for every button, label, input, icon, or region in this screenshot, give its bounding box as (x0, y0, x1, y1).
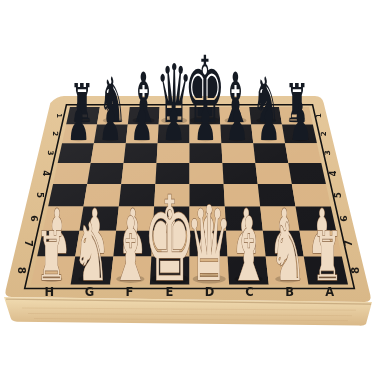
piece-white-r-a8: ♜ (312, 217, 342, 297)
rank-label-left-7: 7 (23, 240, 34, 247)
rank-label-left-1: 1 (55, 113, 63, 118)
piece-white-r-h8: ♜ (36, 217, 66, 297)
photo-canvas: 1122334455667788HGFEDCBA♜♞♝♛♚♝♞♜♟♟♟♟♟♟♟♟… (0, 0, 375, 375)
rank-label-right-7: 7 (343, 240, 354, 247)
piece-white-b-c8: ♝ (229, 198, 268, 300)
piece-black-p-h2: ♟ (67, 92, 90, 153)
rank-label-left-2: 2 (51, 131, 60, 136)
rank-label-left-8: 8 (16, 267, 28, 274)
rank-label-right-4: 4 (328, 170, 338, 176)
chessboard-photo: 1122334455667788HGFEDCBA♜♞♝♛♚♝♞♜♟♟♟♟♟♟♟♟… (0, 0, 375, 375)
piece-black-p-f2: ♟ (130, 92, 153, 153)
rank-label-right-3: 3 (323, 150, 332, 155)
piece-black-p-e2: ♟ (162, 92, 185, 153)
rank-label-right-8: 8 (349, 267, 361, 274)
rank-label-left-4: 4 (41, 170, 51, 176)
piece-white-n-g8: ♞ (73, 207, 109, 299)
piece-black-p-g2: ♟ (99, 92, 122, 153)
rank-label-right-1: 1 (315, 113, 323, 118)
piece-white-n-b8: ♞ (270, 207, 306, 299)
piece-black-p-b2: ♟ (257, 92, 280, 153)
rank-label-left-3: 3 (46, 150, 55, 155)
piece-black-p-d2: ♟ (194, 92, 217, 153)
rank-label-right-2: 2 (319, 131, 328, 136)
piece-white-q-d8: ♛ (186, 184, 232, 304)
piece-black-p-a2: ♟ (289, 92, 312, 153)
piece-black-p-c2: ♟ (226, 92, 249, 153)
